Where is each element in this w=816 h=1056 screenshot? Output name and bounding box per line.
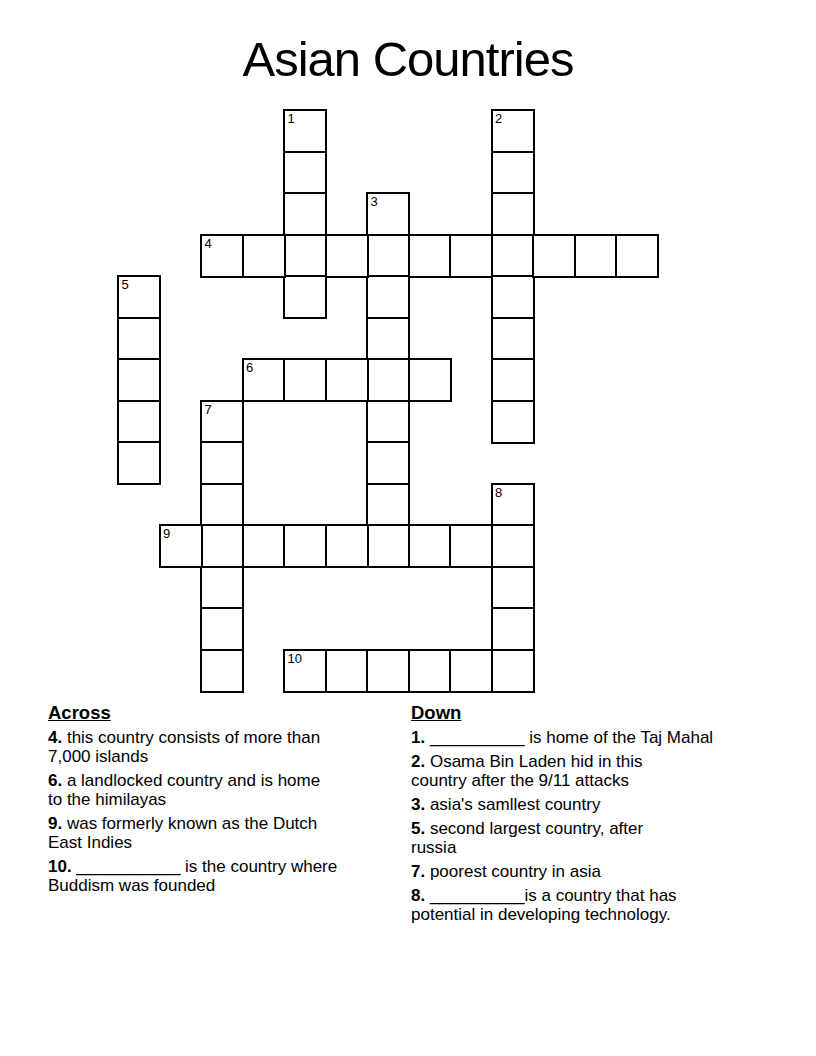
grid-cell-r10c5[interactable] — [325, 524, 369, 568]
grid-cell-r2c9[interactable] — [491, 192, 535, 236]
grid-cell-r13c6[interactable] — [366, 649, 410, 693]
grid-cell-r4c9[interactable] — [491, 275, 535, 319]
grid-cell-r3c6[interactable] — [366, 234, 410, 278]
clue-across-4: 4. this country consists of more than 7,… — [48, 728, 408, 766]
grid-cell-r10c4[interactable] — [283, 524, 327, 568]
grid-cell-r3c12[interactable] — [615, 234, 659, 278]
grid-cell-r5c0[interactable] — [117, 317, 161, 361]
grid-cell-r8c6[interactable] — [366, 441, 410, 485]
grid-cell-r7c2[interactable]: 7 — [200, 400, 244, 444]
clue-down-8: 8. __________is a country that has poten… — [411, 886, 786, 924]
clue-down-5: 5. second largest country, after russia — [411, 819, 786, 857]
across-clues-list: 4. this country consists of more than 7,… — [48, 728, 408, 895]
cell-number: 8 — [495, 485, 502, 500]
cell-number: 5 — [122, 277, 129, 292]
grid-cell-r8c2[interactable] — [200, 441, 244, 485]
grid-cell-r13c9[interactable] — [491, 649, 535, 693]
grid-cell-r3c9[interactable] — [491, 234, 535, 278]
clue-number: 7. — [411, 862, 425, 881]
clue-number: 2. — [411, 752, 425, 771]
grid-cell-r7c6[interactable] — [366, 400, 410, 444]
clue-number: 9. — [48, 814, 62, 833]
grid-cell-r13c8[interactable] — [449, 649, 493, 693]
grid-cell-r10c8[interactable] — [449, 524, 493, 568]
grid-cell-r6c5[interactable] — [325, 358, 369, 402]
grid-cell-r2c4[interactable] — [283, 192, 327, 236]
clue-down-2: 2. Osama Bin Laden hid in this country a… — [411, 752, 786, 790]
clue-text: asia's samllest country — [425, 795, 600, 814]
grid-cell-r3c3[interactable] — [242, 234, 286, 278]
grid-cell-r6c9[interactable] — [491, 358, 535, 402]
grid-cell-r1c9[interactable] — [491, 151, 535, 195]
grid-cell-r6c6[interactable] — [366, 358, 410, 402]
clue-text: was formerly known as the Dutch East Ind… — [48, 814, 317, 852]
clue-text: second largest country, after russia — [411, 819, 643, 857]
grid-cell-r5c6[interactable] — [366, 317, 410, 361]
grid-cell-r4c6[interactable] — [366, 275, 410, 319]
clue-text: poorest country in asia — [425, 862, 601, 881]
grid-cell-r12c2[interactable] — [200, 607, 244, 651]
grid-cell-r10c3[interactable] — [242, 524, 286, 568]
cell-number: 2 — [495, 111, 502, 126]
clue-number: 1. — [411, 728, 425, 747]
cell-number: 6 — [246, 360, 253, 375]
grid-cell-r7c9[interactable] — [491, 400, 535, 444]
grid-cell-r10c1[interactable]: 9 — [159, 524, 203, 568]
cell-number: 4 — [205, 236, 212, 251]
grid-cell-r3c7[interactable] — [408, 234, 452, 278]
grid-cell-r6c0[interactable] — [117, 358, 161, 402]
grid-cell-r3c4[interactable] — [283, 234, 327, 278]
cell-number: 10 — [288, 651, 302, 666]
clue-text: this country consists of more than 7,000… — [48, 728, 320, 766]
grid-cell-r11c2[interactable] — [200, 566, 244, 610]
grid-cell-r3c10[interactable] — [532, 234, 576, 278]
clue-text: ___________ is the country where Buddism… — [48, 857, 337, 895]
grid-cell-r5c9[interactable] — [491, 317, 535, 361]
clue-down-1: 1. __________ is home of the Taj Mahal — [411, 728, 786, 747]
grid-cell-r13c4[interactable]: 10 — [283, 649, 327, 693]
across-heading: Across — [48, 703, 408, 723]
puzzle-title: Asian Countries — [0, 30, 816, 88]
clue-text: __________is a country that has potentia… — [411, 886, 677, 924]
grid-cell-r12c9[interactable] — [491, 607, 535, 651]
clue-number: 8. — [411, 886, 425, 905]
grid-cell-r10c9[interactable] — [491, 524, 535, 568]
crossword-grid: 12345678910 — [117, 109, 659, 693]
grid-cell-r3c8[interactable] — [449, 234, 493, 278]
grid-cell-r6c3[interactable]: 6 — [242, 358, 286, 402]
worksheet-page: Asian Countries 12345678910 Across 4. th… — [0, 0, 816, 1056]
grid-cell-r3c5[interactable] — [325, 234, 369, 278]
clue-text: a landlocked country and is home to the … — [48, 771, 320, 809]
down-clues-list: 1. __________ is home of the Taj Mahal2.… — [411, 728, 786, 924]
grid-cell-r9c2[interactable] — [200, 483, 244, 527]
grid-cell-r6c7[interactable] — [408, 358, 452, 402]
across-clues-section: Across 4. this country consists of more … — [48, 703, 408, 900]
cell-number: 9 — [163, 526, 170, 541]
clue-across-10: 10. ___________ is the country where Bud… — [48, 857, 408, 895]
grid-cell-r9c9[interactable]: 8 — [491, 483, 535, 527]
clue-text: Osama Bin Laden hid in this country afte… — [411, 752, 643, 790]
down-clues-section: Down 1. __________ is home of the Taj Ma… — [411, 703, 786, 929]
grid-cell-r3c11[interactable] — [574, 234, 618, 278]
clue-number: 10. — [48, 857, 72, 876]
grid-cell-r2c6[interactable]: 3 — [366, 192, 410, 236]
grid-cell-r13c5[interactable] — [325, 649, 369, 693]
grid-cell-r8c0[interactable] — [117, 441, 161, 485]
grid-cell-r1c4[interactable] — [283, 151, 327, 195]
grid-cell-r0c4[interactable]: 1 — [283, 109, 327, 153]
cell-number: 7 — [205, 402, 212, 417]
grid-cell-r0c9[interactable]: 2 — [491, 109, 535, 153]
cell-number: 3 — [371, 194, 378, 209]
grid-cell-r13c2[interactable] — [200, 649, 244, 693]
clue-number: 3. — [411, 795, 425, 814]
cell-number: 1 — [288, 111, 295, 126]
grid-cell-r4c4[interactable] — [283, 275, 327, 319]
clue-down-3: 3. asia's samllest country — [411, 795, 786, 814]
clue-number: 6. — [48, 771, 62, 790]
clue-across-6: 6. a landlocked country and is home to t… — [48, 771, 408, 809]
grid-cell-r10c6[interactable] — [366, 524, 410, 568]
grid-cell-r9c6[interactable] — [366, 483, 410, 527]
clue-number: 4. — [48, 728, 62, 747]
grid-cell-r7c0[interactable] — [117, 400, 161, 444]
grid-cell-r10c2[interactable] — [200, 524, 244, 568]
clue-across-9: 9. was formerly known as the Dutch East … — [48, 814, 408, 852]
grid-cell-r6c4[interactable] — [283, 358, 327, 402]
clue-number: 5. — [411, 819, 425, 838]
grid-cell-r3c2[interactable]: 4 — [200, 234, 244, 278]
grid-cell-r11c9[interactable] — [491, 566, 535, 610]
clue-text: __________ is home of the Taj Mahal — [425, 728, 713, 747]
grid-cell-r4c0[interactable]: 5 — [117, 275, 161, 319]
down-heading: Down — [411, 703, 786, 723]
clue-down-7: 7. poorest country in asia — [411, 862, 786, 881]
grid-cell-r13c7[interactable] — [408, 649, 452, 693]
grid-cell-r10c7[interactable] — [408, 524, 452, 568]
